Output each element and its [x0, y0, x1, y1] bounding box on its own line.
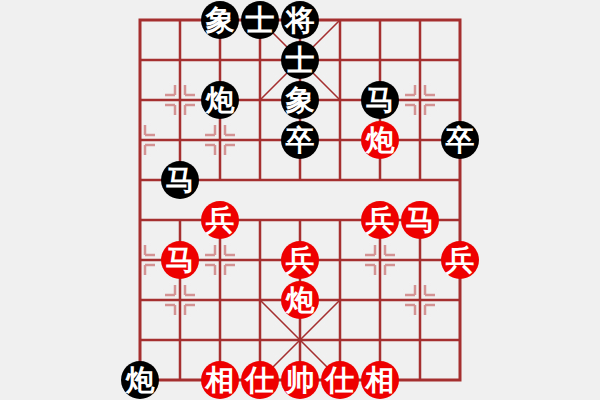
- piece-black-general[interactable]: 将: [281, 1, 319, 39]
- piece-red-cannon[interactable]: 炮: [361, 121, 399, 159]
- piece-red-horse[interactable]: 马: [161, 241, 199, 279]
- board-pieces-layer: 象士将士炮象马卒炮卒马兵兵马马兵兵炮炮相仕帅仕相: [120, 0, 480, 400]
- piece-black-advisor[interactable]: 士: [241, 1, 279, 39]
- piece-red-soldier[interactable]: 兵: [281, 241, 319, 279]
- piece-red-elephant[interactable]: 相: [201, 361, 239, 399]
- piece-red-cannon[interactable]: 炮: [281, 281, 319, 319]
- piece-red-soldier[interactable]: 兵: [441, 241, 479, 279]
- xiangqi-app: 象士将士炮象马卒炮卒马兵兵马马兵兵炮炮相仕帅仕相: [0, 0, 600, 400]
- piece-red-soldier[interactable]: 兵: [361, 201, 399, 239]
- piece-black-elephant[interactable]: 象: [201, 1, 239, 39]
- piece-black-elephant[interactable]: 象: [281, 81, 319, 119]
- piece-black-cannon[interactable]: 炮: [121, 361, 159, 399]
- piece-red-soldier[interactable]: 兵: [201, 201, 239, 239]
- piece-black-soldier[interactable]: 卒: [441, 121, 479, 159]
- piece-black-cannon[interactable]: 炮: [201, 81, 239, 119]
- piece-red-horse[interactable]: 马: [401, 201, 439, 239]
- piece-red-general[interactable]: 帅: [281, 361, 319, 399]
- piece-black-soldier[interactable]: 卒: [281, 121, 319, 159]
- piece-red-advisor[interactable]: 仕: [321, 361, 359, 399]
- piece-red-elephant[interactable]: 相: [361, 361, 399, 399]
- piece-black-horse[interactable]: 马: [161, 161, 199, 199]
- piece-black-horse[interactable]: 马: [361, 81, 399, 119]
- piece-black-advisor[interactable]: 士: [281, 41, 319, 79]
- piece-red-advisor[interactable]: 仕: [241, 361, 279, 399]
